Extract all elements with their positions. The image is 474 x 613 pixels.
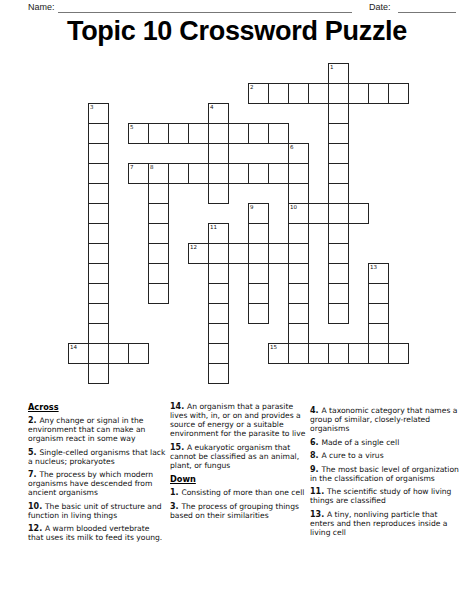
grid-cell[interactable]: 10 (288, 203, 309, 224)
grid-cell[interactable] (368, 323, 389, 344)
clue-section-header-across: Across (28, 402, 166, 412)
grid-cell[interactable] (208, 283, 229, 304)
grid-cell[interactable] (228, 243, 249, 264)
grid-cell[interactable] (148, 203, 169, 224)
cell-number: 9 (250, 204, 254, 210)
clue-across-12: 12. A warm blooded vertebrate that uses … (28, 524, 166, 542)
grid-cell[interactable] (308, 83, 329, 104)
clue-number: 3. (170, 502, 181, 511)
cell-number: 14 (70, 344, 77, 350)
grid-cell[interactable] (88, 303, 109, 324)
grid-cell[interactable] (308, 203, 329, 224)
grid-cell[interactable] (328, 163, 349, 184)
grid-cell[interactable] (328, 303, 349, 324)
grid-cell[interactable] (288, 283, 309, 304)
grid-cell[interactable] (328, 183, 349, 204)
cell-number: 1 (330, 64, 334, 70)
grid-cell[interactable]: 13 (368, 263, 389, 284)
grid-cell[interactable] (368, 283, 389, 304)
cell-number: 12 (190, 244, 197, 250)
grid-cell[interactable] (288, 263, 309, 284)
cell-number: 5 (130, 124, 134, 130)
clue-number: 9. (310, 465, 321, 474)
clue-number: 14. (170, 402, 187, 411)
grid-cell[interactable]: 9 (248, 203, 269, 224)
clue-column-3: 4. A taxonomic category that names a gro… (310, 406, 464, 541)
cell-number: 7 (130, 164, 134, 170)
cell-number: 11 (210, 224, 217, 230)
clue-number: 12. (28, 524, 45, 533)
grid-cell[interactable] (288, 163, 309, 184)
grid-cell[interactable] (268, 123, 289, 144)
grid-cell[interactable] (288, 343, 309, 364)
clue-column-1: Across2. Any change or signal in the env… (28, 402, 166, 547)
grid-cell[interactable] (288, 183, 309, 204)
grid-cell[interactable] (188, 123, 209, 144)
clue-down-13: 13. A tiny, nonliving particle that ente… (310, 510, 464, 537)
grid-cell[interactable]: 12 (188, 243, 209, 264)
grid-cell[interactable] (208, 263, 229, 284)
grid-cell[interactable] (328, 243, 349, 264)
grid-cell[interactable] (248, 163, 269, 184)
clue-across-5: 5. Single-celled organisms that lack a n… (28, 448, 166, 466)
grid-cell[interactable] (208, 143, 229, 164)
clue-number: 1. (170, 488, 181, 497)
grid-cell[interactable] (348, 203, 369, 224)
grid-cell[interactable] (88, 363, 109, 384)
grid-cell[interactable] (168, 163, 189, 184)
grid-cell[interactable] (88, 203, 109, 224)
clue-number: 6. (310, 438, 321, 447)
cell-number: 4 (210, 104, 214, 110)
grid-cell[interactable] (328, 343, 349, 364)
grid-cell[interactable] (228, 163, 249, 184)
clue-down-8: 8. A cure to a virus (310, 451, 464, 460)
clue-number: 5. (28, 448, 39, 457)
clue-column-2: 14. An organism that a parasite lives wi… (170, 402, 310, 524)
grid-cell[interactable] (248, 223, 269, 244)
grid-cell[interactable] (288, 243, 309, 264)
clue-number: 7. (28, 470, 39, 479)
grid-cell[interactable] (328, 83, 349, 104)
grid-cell[interactable] (368, 303, 389, 324)
grid-cell[interactable]: 2 (248, 83, 269, 104)
grid-cell[interactable] (88, 243, 109, 264)
grid-cell[interactable]: 5 (128, 123, 149, 144)
grid-cell[interactable] (308, 343, 329, 364)
cell-number: 2 (250, 84, 254, 90)
clue-down-4: 4. A taxonomic category that names a gro… (310, 406, 464, 433)
clue-down-3: 3. The process of grouping things based … (170, 502, 310, 520)
grid-cell[interactable]: 15 (268, 343, 289, 364)
date-label: Date: (369, 2, 391, 12)
grid-cell[interactable] (128, 343, 149, 364)
clue-number: 10. (28, 502, 45, 511)
clues-section: Across2. Any change or signal in the env… (0, 402, 474, 613)
date-blank-line (398, 12, 456, 13)
clue-across-14: 14. An organism that a parasite lives wi… (170, 402, 310, 438)
grid-cell[interactable] (208, 123, 229, 144)
grid-cell[interactable]: 7 (128, 163, 149, 184)
clue-across-2: 2. Any change or signal in the environme… (28, 416, 166, 443)
clue-number: 2. (28, 416, 39, 425)
cell-number: 15 (270, 344, 277, 350)
clue-number: 15. (170, 443, 187, 452)
grid-cell[interactable] (148, 123, 169, 144)
grid-cell[interactable] (288, 323, 309, 344)
clue-number: 4. (310, 406, 321, 415)
grid-cell[interactable] (328, 203, 349, 224)
clue-number: 13. (310, 510, 327, 519)
clue-down-11: 11. The scientific study of how living t… (310, 487, 464, 505)
clue-across-15: 15. A eukaryotic organism that cannot be… (170, 443, 310, 470)
grid-cell[interactable] (148, 263, 169, 284)
grid-cell[interactable] (168, 123, 189, 144)
cell-number: 10 (290, 204, 297, 210)
grid-cell[interactable] (148, 183, 169, 204)
grid-cell[interactable] (268, 243, 289, 264)
grid-cell[interactable] (348, 343, 369, 364)
grid-cell[interactable] (288, 303, 309, 324)
clue-down-6: 6. Made of a single cell (310, 438, 464, 447)
grid-cell[interactable] (88, 143, 109, 164)
grid-cell[interactable] (388, 83, 409, 104)
grid-cell[interactable] (188, 163, 209, 184)
grid-cell[interactable] (268, 163, 289, 184)
grid-cell[interactable] (368, 343, 389, 364)
grid-cell[interactable]: 8 (148, 163, 169, 184)
grid-cell[interactable] (268, 83, 289, 104)
grid-cell[interactable] (88, 323, 109, 344)
grid-cell[interactable] (88, 163, 109, 184)
grid-cell[interactable] (328, 143, 349, 164)
cell-number: 3 (90, 104, 94, 110)
clue-number: 8. (310, 451, 321, 460)
grid-cell[interactable] (108, 343, 129, 364)
grid-cell[interactable] (248, 243, 269, 264)
clue-down-1: 1. Consisting of more than one cell (170, 488, 310, 497)
grid-cell[interactable] (208, 163, 229, 184)
name-label: Name: (28, 2, 55, 12)
grid-cell[interactable] (328, 283, 349, 304)
name-blank-line (58, 12, 352, 13)
clue-across-10: 10. The basic unit of structure and func… (28, 502, 166, 520)
grid-cell[interactable] (208, 243, 229, 264)
grid-cell[interactable] (208, 303, 229, 324)
clue-section-header-down: Down (170, 474, 310, 484)
grid-cell[interactable] (88, 183, 109, 204)
crossword-grid: 123456107891112131415 (68, 63, 408, 383)
grid-cell[interactable] (208, 343, 229, 364)
grid-cell[interactable]: 1 (328, 63, 349, 84)
grid-cell[interactable] (88, 263, 109, 284)
grid-cell[interactable] (288, 83, 309, 104)
grid-cell[interactable] (388, 343, 409, 364)
grid-cell[interactable] (248, 263, 269, 284)
grid-cell[interactable] (148, 243, 169, 264)
grid-cell[interactable] (148, 283, 169, 304)
grid-cell[interactable] (88, 223, 109, 244)
clue-down-9: 9. The most basic level of organization … (310, 465, 464, 483)
grid-cell[interactable] (228, 123, 249, 144)
clue-number: 11. (310, 487, 327, 496)
grid-cell[interactable] (248, 283, 269, 304)
cell-number: 6 (290, 144, 294, 150)
grid-cell[interactable]: 3 (88, 103, 109, 124)
grid-cell[interactable] (208, 363, 229, 384)
grid-cell[interactable] (208, 183, 229, 204)
page-title: Topic 10 Crossword Puzzle (0, 16, 474, 47)
grid-cell[interactable] (328, 123, 349, 144)
grid-cell[interactable] (148, 223, 169, 244)
cell-number: 8 (150, 164, 154, 170)
grid-cell[interactable] (288, 223, 309, 244)
grid-cell[interactable]: 14 (68, 343, 89, 364)
grid-cell[interactable] (328, 223, 349, 244)
grid-cell[interactable] (348, 83, 369, 104)
grid-cell[interactable] (248, 303, 269, 324)
grid-cell[interactable]: 11 (208, 223, 229, 244)
grid-cell[interactable]: 4 (208, 103, 229, 124)
grid-cell[interactable] (328, 103, 349, 124)
grid-cell[interactable] (328, 263, 349, 284)
grid-cell[interactable] (88, 343, 109, 364)
clue-across-7: 7. The process by which modern organisms… (28, 470, 166, 497)
cell-number: 13 (370, 264, 377, 270)
grid-cell[interactable] (88, 123, 109, 144)
grid-cell[interactable]: 6 (288, 143, 309, 164)
grid-cell[interactable] (248, 123, 269, 144)
grid-cell[interactable] (208, 323, 229, 344)
grid-cell[interactable] (368, 83, 389, 104)
crossword-worksheet: Name: Date: Topic 10 Crossword Puzzle 12… (0, 0, 474, 613)
grid-cell[interactable] (88, 283, 109, 304)
